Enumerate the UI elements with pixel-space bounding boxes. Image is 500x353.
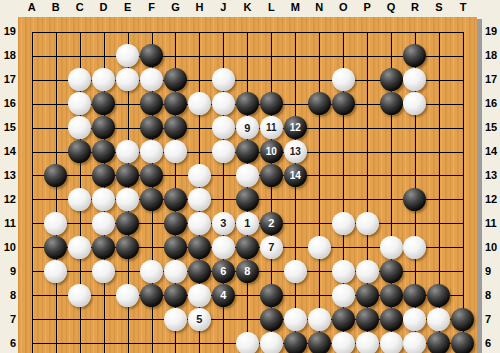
stone-black [116, 164, 139, 187]
stone-black: 2 [260, 212, 283, 235]
stone-black [427, 284, 450, 307]
stone-white [68, 92, 91, 115]
stone-white [188, 212, 211, 235]
row-label-right: 7 [485, 312, 500, 327]
row-label-right: 8 [485, 288, 500, 303]
stone-black [140, 44, 163, 67]
stone-white: 1 [236, 212, 259, 235]
stone-black [44, 236, 67, 259]
stone-white [92, 260, 115, 283]
move-number: 9 [236, 116, 259, 139]
stone-black [116, 236, 139, 259]
stone-black [403, 284, 426, 307]
stone-black [188, 236, 211, 259]
stone-white [284, 260, 307, 283]
stone-white [92, 212, 115, 235]
stone-black [140, 92, 163, 115]
stone-white [188, 284, 211, 307]
stone-white [44, 260, 67, 283]
stone-black [380, 308, 403, 331]
column-label: S [427, 1, 451, 14]
stone-white: 13 [284, 140, 307, 163]
stone-white [356, 260, 379, 283]
column-label: R [403, 1, 427, 14]
stone-white [140, 140, 163, 163]
stone-white [332, 212, 355, 235]
stone-black [140, 164, 163, 187]
row-label-right: 12 [485, 192, 500, 207]
row-label-right: 16 [485, 96, 500, 111]
stone-black [356, 308, 379, 331]
stone-white [68, 284, 91, 307]
move-number: 7 [260, 236, 283, 259]
row-label-right: 11 [485, 216, 500, 231]
column-label: Q [379, 1, 403, 14]
column-label: F [140, 1, 164, 14]
move-number: 6 [212, 260, 235, 283]
row-label-left: 9 [0, 264, 16, 279]
stone-black [356, 284, 379, 307]
stone-black [164, 116, 187, 139]
column-label: O [331, 1, 355, 14]
stone-white [236, 332, 259, 353]
stone-white [164, 140, 187, 163]
stone-black: 4 [212, 284, 235, 307]
move-number: 12 [284, 116, 307, 139]
stone-white [403, 68, 426, 91]
stone-black [188, 260, 211, 283]
stone-white [92, 68, 115, 91]
row-label-right: 17 [485, 72, 500, 87]
stone-black [236, 92, 259, 115]
stone-black [164, 92, 187, 115]
stone-black: 10 [260, 140, 283, 163]
go-game-view: ABCDEFGHJKLMNOPQRST 19181716151413121110… [0, 0, 500, 353]
row-label-left: 17 [0, 72, 16, 87]
stone-white [188, 92, 211, 115]
stone-white [403, 332, 426, 353]
stone-black [236, 188, 259, 211]
move-number: 14 [284, 164, 307, 187]
row-label-left: 7 [0, 312, 16, 327]
stone-black: 6 [212, 260, 235, 283]
row-label-left: 18 [0, 48, 16, 63]
stone-white [116, 188, 139, 211]
stone-white: 11 [260, 116, 283, 139]
stone-black [116, 212, 139, 235]
stone-black [380, 68, 403, 91]
row-label-right: 19 [485, 24, 500, 39]
stone-white [92, 188, 115, 211]
row-label-right: 18 [485, 48, 500, 63]
column-label: J [211, 1, 235, 14]
stone-white [403, 308, 426, 331]
column-label: L [259, 1, 283, 14]
move-number: 4 [212, 284, 235, 307]
stone-white [260, 332, 283, 353]
row-label-left: 6 [0, 336, 16, 351]
stone-white [427, 308, 450, 331]
stone-black [332, 92, 355, 115]
stone-white [403, 92, 426, 115]
stone-white [308, 308, 331, 331]
row-label-right: 15 [485, 120, 500, 135]
stone-black [68, 140, 91, 163]
stone-black [451, 332, 474, 353]
row-label-left: 13 [0, 168, 16, 183]
stone-black: 14 [284, 164, 307, 187]
column-label: A [20, 1, 44, 14]
stone-white [164, 260, 187, 283]
column-label: G [163, 1, 187, 14]
stone-black [427, 332, 450, 353]
stone-black [140, 284, 163, 307]
stone-black [380, 284, 403, 307]
stone-white: 7 [260, 236, 283, 259]
stone-black: 8 [236, 260, 259, 283]
move-number: 5 [188, 308, 211, 331]
stone-white: 5 [188, 308, 211, 331]
stone-white [140, 68, 163, 91]
stone-black [380, 260, 403, 283]
stone-black [403, 44, 426, 67]
stone-black [332, 308, 355, 331]
move-number: 13 [284, 140, 307, 163]
stone-white [212, 68, 235, 91]
column-label: B [44, 1, 68, 14]
stone-white [380, 236, 403, 259]
stone-white [212, 116, 235, 139]
move-number: 1 [236, 212, 259, 235]
stone-black [164, 68, 187, 91]
row-label-right: 14 [485, 144, 500, 159]
column-label: K [235, 1, 259, 14]
stone-white [116, 68, 139, 91]
stone-white [44, 212, 67, 235]
stone-white [308, 236, 331, 259]
stone-black [44, 164, 67, 187]
stone-white [68, 68, 91, 91]
move-number: 8 [236, 260, 259, 283]
stone-black [92, 140, 115, 163]
row-label-right: 13 [485, 168, 500, 183]
stone-black [92, 116, 115, 139]
stone-black [380, 92, 403, 115]
stone-black [92, 92, 115, 115]
stone-white [332, 332, 355, 353]
column-label: N [307, 1, 331, 14]
stone-black [140, 116, 163, 139]
stone-black [451, 308, 474, 331]
row-label-right: 10 [485, 240, 500, 255]
stone-black [164, 188, 187, 211]
stone-black [308, 92, 331, 115]
stone-white [164, 308, 187, 331]
stone-white: 3 [212, 212, 235, 235]
stone-white [212, 140, 235, 163]
stone-black [260, 308, 283, 331]
row-label-right: 9 [485, 264, 500, 279]
stone-black [260, 284, 283, 307]
column-label: M [283, 1, 307, 14]
stone-black [403, 188, 426, 211]
stone-white [380, 332, 403, 353]
stone-white [284, 308, 307, 331]
stone-black [164, 212, 187, 235]
stone-white [116, 284, 139, 307]
stone-white [212, 92, 235, 115]
stone-white [403, 236, 426, 259]
stone-white [332, 284, 355, 307]
stone-white [68, 116, 91, 139]
stone-black: 12 [284, 116, 307, 139]
row-label-left: 12 [0, 192, 16, 207]
column-label: C [68, 1, 92, 14]
row-label-left: 11 [0, 216, 16, 231]
stone-white [116, 140, 139, 163]
stone-black [236, 236, 259, 259]
row-label-left: 15 [0, 120, 16, 135]
column-label: E [116, 1, 140, 14]
column-label: H [187, 1, 211, 14]
stone-black [92, 164, 115, 187]
row-label-left: 8 [0, 288, 16, 303]
stone-white [356, 332, 379, 353]
row-label-left: 14 [0, 144, 16, 159]
move-number: 11 [260, 116, 283, 139]
stone-white: 9 [236, 116, 259, 139]
stone-white [212, 236, 235, 259]
row-label-left: 19 [0, 24, 16, 39]
stone-black [140, 188, 163, 211]
stone-white [236, 164, 259, 187]
column-label: P [355, 1, 379, 14]
row-label-left: 10 [0, 240, 16, 255]
stone-white [140, 260, 163, 283]
stones-layer: 9111210131431276845 [20, 20, 475, 353]
stone-black [236, 140, 259, 163]
stone-white [332, 68, 355, 91]
stone-black [164, 236, 187, 259]
stone-black [92, 236, 115, 259]
move-number: 3 [212, 212, 235, 235]
stone-black [164, 284, 187, 307]
stone-white [68, 188, 91, 211]
column-label: T [451, 1, 475, 14]
board-shadow-strip [477, 19, 482, 353]
column-label: D [92, 1, 116, 14]
stone-black [260, 92, 283, 115]
stone-white [116, 44, 139, 67]
row-label-left: 16 [0, 96, 16, 111]
stone-white [188, 164, 211, 187]
stone-white [188, 188, 211, 211]
row-label-right: 6 [485, 336, 500, 351]
stone-white [356, 212, 379, 235]
stone-white [332, 260, 355, 283]
stone-black [308, 332, 331, 353]
stone-white [68, 236, 91, 259]
move-number: 10 [260, 140, 283, 163]
move-number: 2 [260, 212, 283, 235]
stone-black [284, 332, 307, 353]
stone-black [260, 164, 283, 187]
